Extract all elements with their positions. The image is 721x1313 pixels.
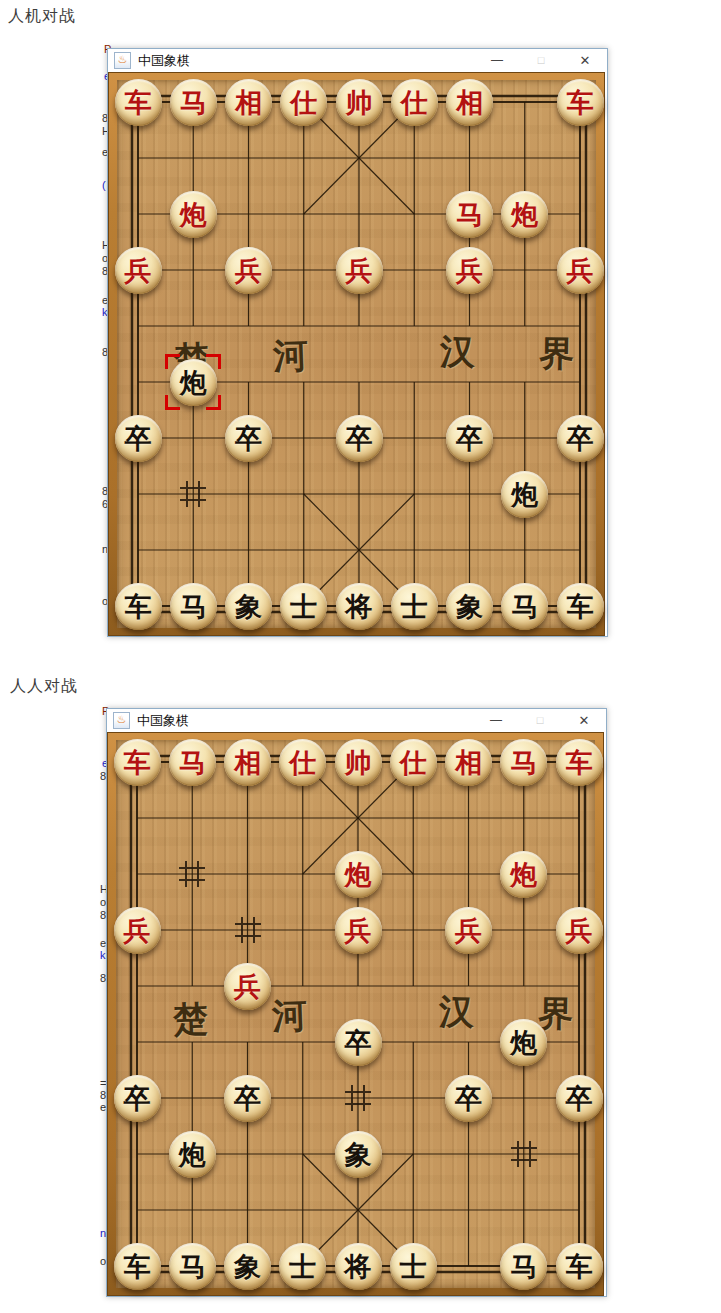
piece-black-zu[interactable]: 卒	[114, 1075, 161, 1122]
piece-black-ma[interactable]: 马	[500, 1243, 547, 1290]
section-label-human-vs-human: 人人对战	[10, 676, 78, 697]
point-marker	[511, 1141, 537, 1167]
point-marker	[345, 1085, 371, 1111]
piece-red-ma[interactable]: 马	[446, 191, 493, 238]
piece-black-xiang[interactable]: 象	[225, 583, 272, 630]
xiangqi-board-human-vs-human[interactable]: 楚 河 汉 界 车马相仕帅仕相马车炮炮兵兵兵兵兵卒炮卒卒卒卒炮象车马象士将士马车	[107, 732, 604, 1296]
piece-glyph: 帅	[346, 89, 373, 116]
piece-glyph: 兵	[567, 257, 594, 284]
piece-red-pao[interactable]: 炮	[500, 851, 547, 898]
section-label-human-vs-computer: 人机对战	[8, 6, 76, 27]
point-marker	[235, 917, 261, 943]
piece-glyph: 仕	[289, 749, 316, 776]
window-title: 中国象棋	[137, 712, 474, 730]
piece-red-pao[interactable]: 炮	[335, 851, 382, 898]
piece-glyph: 马	[510, 1253, 537, 1280]
piece-glyph: 马	[179, 749, 206, 776]
piece-glyph: 相	[455, 749, 482, 776]
piece-black-zu[interactable]: 卒	[335, 1019, 382, 1066]
piece-red-bing[interactable]: 兵	[225, 247, 272, 294]
piece-red-ju[interactable]: 车	[114, 739, 161, 786]
piece-red-ma[interactable]: 马	[169, 739, 216, 786]
piece-glyph: 马	[180, 593, 207, 620]
java-app-icon: ♨	[114, 52, 131, 69]
piece-black-ju[interactable]: 车	[114, 1243, 161, 1290]
piece-glyph: 象	[235, 593, 262, 620]
piece-glyph: 兵	[346, 257, 373, 284]
background-text-fragment: (	[102, 180, 106, 191]
piece-red-bing[interactable]: 兵	[224, 963, 271, 1010]
piece-glyph: 象	[345, 1141, 372, 1168]
piece-glyph: 车	[125, 593, 152, 620]
piece-glyph: 相	[235, 89, 262, 116]
piece-glyph: 兵	[455, 917, 482, 944]
piece-red-xiang[interactable]: 相	[224, 739, 271, 786]
piece-black-ju[interactable]: 车	[115, 583, 162, 630]
piece-black-ma[interactable]: 马	[169, 1243, 216, 1290]
piece-glyph: 炮	[345, 861, 372, 888]
piece-glyph: 将	[346, 593, 373, 620]
maximize-button[interactable]: □	[519, 49, 563, 72]
piece-red-ju[interactable]: 车	[556, 739, 603, 786]
piece-glyph: 象	[456, 593, 483, 620]
piece-glyph: 兵	[125, 257, 152, 284]
window-titlebar[interactable]: ♨ 中国象棋 — □ ✕	[107, 709, 606, 732]
minimize-button[interactable]: —	[474, 709, 518, 732]
piece-red-shi[interactable]: 仕	[390, 739, 437, 786]
piece-red-ma[interactable]: 马	[500, 739, 547, 786]
piece-black-zu[interactable]: 卒	[115, 415, 162, 462]
piece-glyph: 相	[456, 89, 483, 116]
piece-glyph: 卒	[566, 1085, 593, 1112]
piece-red-bing[interactable]: 兵	[114, 907, 161, 954]
piece-glyph: 马	[510, 749, 537, 776]
piece-glyph: 卒	[124, 1085, 151, 1112]
piece-black-zu[interactable]: 卒	[445, 1075, 492, 1122]
piece-red-bing[interactable]: 兵	[556, 907, 603, 954]
piece-glyph: 相	[234, 749, 261, 776]
piece-glyph: 象	[234, 1253, 261, 1280]
xiangqi-board-human-vs-computer[interactable]: 楚 河 汉 界 车马相仕帅仕相车炮马炮兵兵兵兵兵炮卒卒卒卒卒炮车马象士将士象马车	[108, 72, 605, 636]
piece-black-zu[interactable]: 卒	[336, 415, 383, 462]
piece-black-zu[interactable]: 卒	[225, 415, 272, 462]
piece-glyph: 炮	[510, 1029, 537, 1056]
piece-black-ju[interactable]: 车	[557, 583, 604, 630]
piece-glyph: 马	[179, 1253, 206, 1280]
piece-glyph: 士	[289, 1253, 316, 1280]
piece-red-xiang[interactable]: 相	[225, 79, 272, 126]
selection-marker	[165, 354, 221, 410]
window-titlebar[interactable]: ♨ 中国象棋 — □ ✕	[108, 49, 607, 72]
piece-black-ma[interactable]: 马	[170, 583, 217, 630]
piece-red-shuai[interactable]: 帅	[336, 79, 383, 126]
piece-glyph: 仕	[401, 89, 428, 116]
piece-glyph: 卒	[455, 1085, 482, 1112]
piece-glyph: 马	[180, 89, 207, 116]
piece-glyph: 车	[124, 749, 151, 776]
board-grid	[107, 732, 604, 1296]
piece-red-ju[interactable]: 车	[557, 79, 604, 126]
piece-red-bing[interactable]: 兵	[336, 247, 383, 294]
piece-glyph: 炮	[510, 861, 537, 888]
piece-black-zu[interactable]: 卒	[224, 1075, 271, 1122]
piece-glyph: 炮	[179, 1141, 206, 1168]
piece-black-pao[interactable]: 炮	[500, 1019, 547, 1066]
close-button[interactable]: ✕	[563, 49, 607, 72]
piece-glyph: 帅	[345, 749, 372, 776]
piece-glyph: 卒	[456, 425, 483, 452]
piece-red-ma[interactable]: 马	[170, 79, 217, 126]
coffee-cup-icon: ♨	[117, 714, 127, 725]
piece-red-pao[interactable]: 炮	[170, 191, 217, 238]
piece-glyph: 炮	[180, 201, 207, 228]
piece-glyph: 炮	[511, 481, 538, 508]
piece-glyph: 士	[401, 593, 428, 620]
piece-glyph: 卒	[567, 425, 594, 452]
piece-black-pao[interactable]: 炮	[169, 1131, 216, 1178]
piece-glyph: 车	[566, 1253, 593, 1280]
piece-red-bing[interactable]: 兵	[557, 247, 604, 294]
minimize-button[interactable]: —	[475, 49, 519, 72]
window-controls: — □ ✕	[474, 709, 606, 732]
piece-glyph: 车	[566, 749, 593, 776]
piece-glyph: 士	[290, 593, 317, 620]
piece-black-jiang[interactable]: 将	[336, 583, 383, 630]
maximize-button[interactable]: □	[518, 709, 562, 732]
piece-glyph: 车	[567, 89, 594, 116]
piece-red-bing[interactable]: 兵	[446, 247, 493, 294]
piece-red-shuai[interactable]: 帅	[335, 739, 382, 786]
piece-glyph: 车	[125, 89, 152, 116]
app-window-human-vs-computer: ♨ 中国象棋 — □ ✕ 楚 河 汉 界 车马相仕帅仕相车炮马炮兵兵兵兵兵炮卒卒…	[107, 48, 608, 637]
piece-black-jiang[interactable]: 将	[335, 1243, 382, 1290]
piece-red-shi[interactable]: 仕	[280, 79, 327, 126]
piece-glyph: 士	[400, 1253, 427, 1280]
piece-black-zu[interactable]: 卒	[446, 415, 493, 462]
piece-glyph: 卒	[234, 1085, 261, 1112]
piece-red-shi[interactable]: 仕	[391, 79, 438, 126]
piece-red-bing[interactable]: 兵	[335, 907, 382, 954]
piece-black-xiang[interactable]: 象	[224, 1243, 271, 1290]
piece-glyph: 兵	[566, 917, 593, 944]
piece-red-pao[interactable]: 炮	[501, 191, 548, 238]
piece-glyph: 车	[567, 593, 594, 620]
piece-red-shi[interactable]: 仕	[279, 739, 326, 786]
window-title: 中国象棋	[138, 52, 475, 70]
point-marker	[180, 481, 206, 507]
piece-black-pao[interactable]: 炮	[501, 471, 548, 518]
java-app-icon: ♨	[113, 712, 130, 729]
point-marker	[179, 861, 205, 887]
piece-glyph: 兵	[345, 917, 372, 944]
piece-glyph: 马	[511, 593, 538, 620]
piece-red-bing[interactable]: 兵	[445, 907, 492, 954]
piece-glyph: 将	[345, 1253, 372, 1280]
piece-glyph: 兵	[124, 917, 151, 944]
piece-glyph: 炮	[511, 201, 538, 228]
app-window-human-vs-human: ♨ 中国象棋 — □ ✕ 楚 河 汉 界 车马相仕帅仕相马车炮炮兵兵兵兵兵卒炮卒…	[106, 708, 607, 1297]
piece-glyph: 卒	[345, 1029, 372, 1056]
piece-red-ju[interactable]: 车	[115, 79, 162, 126]
piece-black-shi[interactable]: 士	[280, 583, 327, 630]
piece-glyph: 仕	[290, 89, 317, 116]
piece-red-xiang[interactable]: 相	[445, 739, 492, 786]
piece-black-shi[interactable]: 士	[279, 1243, 326, 1290]
piece-glyph: 兵	[235, 257, 262, 284]
window-controls: — □ ✕	[475, 49, 607, 72]
piece-black-ju[interactable]: 车	[556, 1243, 603, 1290]
piece-glyph: 卒	[346, 425, 373, 452]
piece-glyph: 卒	[125, 425, 152, 452]
piece-glyph: 仕	[400, 749, 427, 776]
piece-glyph: 兵	[234, 973, 261, 1000]
piece-glyph: 马	[456, 201, 483, 228]
piece-glyph: 车	[124, 1253, 151, 1280]
close-button[interactable]: ✕	[562, 709, 606, 732]
piece-black-xiang[interactable]: 象	[335, 1131, 382, 1178]
piece-black-shi[interactable]: 士	[390, 1243, 437, 1290]
piece-black-ma[interactable]: 马	[501, 583, 548, 630]
piece-black-zu[interactable]: 卒	[556, 1075, 603, 1122]
piece-black-shi[interactable]: 士	[391, 583, 438, 630]
piece-red-bing[interactable]: 兵	[115, 247, 162, 294]
piece-glyph: 兵	[456, 257, 483, 284]
background-text-fragment: k	[100, 950, 106, 961]
piece-black-xiang[interactable]: 象	[446, 583, 493, 630]
coffee-cup-icon: ♨	[118, 54, 128, 65]
piece-red-xiang[interactable]: 相	[446, 79, 493, 126]
piece-glyph: 卒	[235, 425, 262, 452]
piece-black-zu[interactable]: 卒	[557, 415, 604, 462]
